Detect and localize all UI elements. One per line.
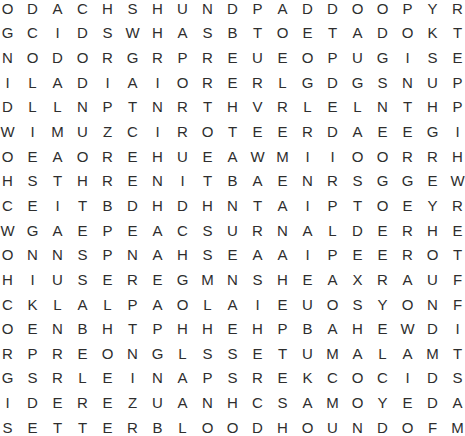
grid-cell[interactable]: I xyxy=(45,193,70,218)
grid-cell[interactable]: A xyxy=(120,70,145,95)
grid-cell[interactable]: A xyxy=(295,390,320,415)
grid-cell[interactable]: A xyxy=(145,292,170,317)
grid-cell[interactable]: W xyxy=(395,316,420,341)
grid-cell[interactable]: I xyxy=(0,70,20,95)
grid-cell[interactable]: R xyxy=(445,193,465,218)
grid-cell[interactable]: O xyxy=(0,0,20,21)
grid-cell[interactable]: E xyxy=(95,267,120,292)
grid-cell[interactable]: R xyxy=(170,95,195,120)
grid-cell[interactable]: A xyxy=(45,0,70,21)
grid-cell[interactable]: R xyxy=(95,45,120,70)
grid-cell[interactable]: E xyxy=(270,45,295,70)
grid-cell[interactable]: T xyxy=(320,21,345,46)
grid-cell[interactable]: A xyxy=(145,218,170,243)
grid-cell[interactable]: S xyxy=(120,0,145,21)
grid-cell[interactable]: I xyxy=(0,390,20,415)
grid-cell[interactable]: A xyxy=(445,390,465,415)
grid-cell[interactable]: A xyxy=(345,119,370,144)
grid-cell[interactable]: A xyxy=(245,242,270,267)
grid-cell[interactable]: S xyxy=(245,267,270,292)
grid-cell[interactable]: O xyxy=(195,119,220,144)
grid-cell[interactable]: R xyxy=(395,144,420,169)
grid-cell[interactable]: G xyxy=(20,218,45,243)
grid-cell[interactable]: D xyxy=(370,21,395,46)
grid-cell[interactable]: E xyxy=(20,316,45,341)
grid-cell[interactable]: H xyxy=(145,193,170,218)
grid-cell[interactable]: N xyxy=(270,218,295,243)
grid-cell[interactable]: D xyxy=(420,390,445,415)
grid-cell[interactable]: N xyxy=(145,95,170,120)
grid-cell[interactable]: U xyxy=(295,341,320,366)
grid-cell[interactable]: A xyxy=(395,267,420,292)
grid-cell[interactable]: U xyxy=(45,267,70,292)
grid-cell[interactable]: L xyxy=(95,292,120,317)
grid-cell[interactable]: P xyxy=(145,316,170,341)
grid-cell[interactable]: R xyxy=(170,119,195,144)
grid-cell[interactable]: R xyxy=(120,415,145,436)
grid-cell[interactable]: E xyxy=(370,218,395,243)
grid-cell[interactable]: E xyxy=(295,21,320,46)
grid-cell[interactable]: A xyxy=(345,21,370,46)
grid-cell[interactable]: A xyxy=(270,0,295,21)
grid-cell[interactable]: D xyxy=(320,119,345,144)
grid-cell[interactable]: S xyxy=(195,341,220,366)
grid-cell[interactable]: S xyxy=(95,21,120,46)
grid-cell[interactable]: O xyxy=(20,45,45,70)
grid-cell[interactable]: N xyxy=(370,95,395,120)
grid-cell[interactable]: H xyxy=(145,0,170,21)
grid-cell[interactable]: G xyxy=(345,70,370,95)
grid-cell[interactable]: A xyxy=(345,341,370,366)
grid-cell[interactable]: A xyxy=(170,366,195,391)
grid-cell[interactable]: A xyxy=(320,316,345,341)
grid-cell[interactable]: R xyxy=(195,45,220,70)
grid-cell[interactable]: N xyxy=(0,45,20,70)
grid-cell[interactable]: T xyxy=(195,95,220,120)
grid-cell[interactable]: I xyxy=(445,316,465,341)
grid-cell[interactable]: P xyxy=(320,242,345,267)
grid-cell[interactable]: A xyxy=(45,70,70,95)
grid-cell[interactable]: H xyxy=(170,316,195,341)
grid-cell[interactable]: G xyxy=(0,366,20,391)
grid-cell[interactable]: F xyxy=(445,267,465,292)
grid-cell[interactable]: H xyxy=(420,218,445,243)
grid-cell[interactable]: N xyxy=(20,242,45,267)
grid-cell[interactable]: U xyxy=(420,70,445,95)
grid-cell[interactable]: G xyxy=(0,21,20,46)
grid-cell[interactable]: O xyxy=(0,316,20,341)
grid-cell[interactable]: O xyxy=(395,21,420,46)
grid-cell[interactable]: N xyxy=(70,95,95,120)
grid-cell[interactable]: A xyxy=(145,242,170,267)
grid-cell[interactable]: T xyxy=(45,168,70,193)
grid-cell[interactable]: E xyxy=(345,242,370,267)
grid-cell[interactable]: H xyxy=(0,267,20,292)
grid-cell[interactable]: D xyxy=(20,0,45,21)
grid-cell[interactable]: O xyxy=(395,292,420,317)
grid-cell[interactable]: U xyxy=(320,415,345,436)
grid-cell[interactable]: E xyxy=(445,218,465,243)
grid-cell[interactable]: E xyxy=(370,316,395,341)
grid-cell[interactable]: T xyxy=(220,119,245,144)
grid-cell[interactable]: E xyxy=(270,168,295,193)
grid-cell[interactable]: P xyxy=(20,341,45,366)
grid-cell[interactable]: B xyxy=(220,21,245,46)
grid-cell[interactable]: C xyxy=(245,390,270,415)
grid-cell[interactable]: R xyxy=(245,218,270,243)
grid-cell[interactable]: T xyxy=(395,95,420,120)
grid-cell[interactable]: R xyxy=(95,168,120,193)
grid-cell[interactable]: R xyxy=(145,45,170,70)
grid-cell[interactable]: A xyxy=(170,21,195,46)
grid-cell[interactable]: P xyxy=(445,70,465,95)
grid-cell[interactable]: I xyxy=(295,242,320,267)
grid-cell[interactable]: E xyxy=(370,119,395,144)
grid-cell[interactable]: O xyxy=(0,242,20,267)
grid-cell[interactable]: C xyxy=(0,292,20,317)
grid-cell[interactable]: O xyxy=(0,144,20,169)
grid-cell[interactable]: H xyxy=(270,415,295,436)
grid-cell[interactable]: A xyxy=(45,218,70,243)
grid-cell[interactable]: X xyxy=(345,267,370,292)
grid-cell[interactable]: S xyxy=(445,366,465,391)
grid-cell[interactable]: R xyxy=(270,95,295,120)
grid-cell[interactable]: E xyxy=(120,218,145,243)
grid-cell[interactable]: I xyxy=(20,119,45,144)
grid-cell[interactable]: I xyxy=(395,366,420,391)
grid-cell[interactable]: Z xyxy=(120,390,145,415)
grid-cell[interactable]: M xyxy=(420,341,445,366)
grid-cell[interactable]: R xyxy=(70,390,95,415)
grid-cell[interactable]: N xyxy=(220,193,245,218)
grid-cell[interactable]: Y xyxy=(420,193,445,218)
grid-cell[interactable]: E xyxy=(245,341,270,366)
grid-cell[interactable]: O xyxy=(370,144,395,169)
grid-cell[interactable]: E xyxy=(120,144,145,169)
grid-cell[interactable]: S xyxy=(195,218,220,243)
grid-cell[interactable]: I xyxy=(395,45,420,70)
grid-cell[interactable]: S xyxy=(0,415,20,436)
grid-cell[interactable]: S xyxy=(220,366,245,391)
grid-cell[interactable]: Y xyxy=(420,0,445,21)
grid-cell[interactable]: D xyxy=(320,0,345,21)
grid-cell[interactable]: M xyxy=(45,119,70,144)
grid-cell[interactable]: B xyxy=(145,415,170,436)
grid-cell[interactable]: U xyxy=(295,292,320,317)
grid-cell[interactable]: T xyxy=(70,415,95,436)
grid-cell[interactable]: E xyxy=(370,242,395,267)
grid-cell[interactable]: G xyxy=(395,168,420,193)
grid-cell[interactable]: L xyxy=(295,95,320,120)
grid-cell[interactable]: E xyxy=(220,70,245,95)
grid-cell[interactable]: E xyxy=(120,168,145,193)
grid-cell[interactable]: L xyxy=(370,341,395,366)
grid-cell[interactable]: A xyxy=(270,242,295,267)
grid-cell[interactable]: O xyxy=(370,193,395,218)
grid-cell[interactable]: T xyxy=(120,316,145,341)
grid-cell[interactable]: A xyxy=(295,218,320,243)
grid-cell[interactable]: D xyxy=(345,218,370,243)
grid-cell[interactable]: Y xyxy=(370,390,395,415)
grid-cell[interactable]: E xyxy=(220,45,245,70)
grid-cell[interactable]: A xyxy=(270,193,295,218)
grid-cell[interactable]: H xyxy=(245,316,270,341)
grid-cell[interactable]: D xyxy=(20,390,45,415)
grid-cell[interactable]: H xyxy=(345,316,370,341)
grid-cell[interactable]: E xyxy=(320,95,345,120)
grid-cell[interactable]: R xyxy=(420,144,445,169)
grid-cell[interactable]: O xyxy=(420,242,445,267)
grid-cell[interactable]: E xyxy=(395,119,420,144)
grid-cell[interactable]: W xyxy=(120,21,145,46)
grid-cell[interactable]: E xyxy=(195,144,220,169)
grid-cell[interactable]: R xyxy=(195,70,220,95)
grid-cell[interactable]: N xyxy=(145,366,170,391)
grid-cell[interactable]: D xyxy=(220,0,245,21)
grid-cell[interactable]: M xyxy=(270,144,295,169)
grid-cell[interactable]: E xyxy=(45,390,70,415)
grid-cell[interactable]: I xyxy=(45,21,70,46)
grid-cell[interactable]: S xyxy=(70,267,95,292)
grid-cell[interactable]: P xyxy=(95,218,120,243)
grid-cell[interactable]: W xyxy=(0,119,20,144)
grid-cell[interactable]: P xyxy=(245,0,270,21)
grid-cell[interactable]: E xyxy=(445,45,465,70)
grid-cell[interactable]: C xyxy=(0,193,20,218)
grid-cell[interactable]: P xyxy=(95,95,120,120)
grid-cell[interactable]: S xyxy=(70,242,95,267)
grid-cell[interactable]: H xyxy=(195,316,220,341)
grid-cell[interactable]: L xyxy=(45,292,70,317)
grid-cell[interactable]: O xyxy=(295,45,320,70)
grid-cell[interactable]: U xyxy=(145,390,170,415)
grid-cell[interactable]: U xyxy=(170,0,195,21)
grid-cell[interactable]: N xyxy=(145,168,170,193)
grid-cell[interactable]: B xyxy=(295,316,320,341)
grid-cell[interactable]: D xyxy=(120,193,145,218)
grid-cell[interactable]: E xyxy=(95,366,120,391)
grid-cell[interactable]: R xyxy=(395,218,420,243)
grid-cell[interactable]: E xyxy=(270,119,295,144)
grid-cell[interactable]: R xyxy=(245,366,270,391)
grid-cell[interactable]: S xyxy=(420,45,445,70)
grid-cell[interactable]: P xyxy=(170,45,195,70)
grid-cell[interactable]: N xyxy=(395,70,420,95)
grid-cell[interactable]: S xyxy=(20,168,45,193)
grid-cell[interactable]: P xyxy=(320,193,345,218)
grid-cell[interactable]: G xyxy=(170,267,195,292)
grid-cell[interactable]: U xyxy=(345,45,370,70)
grid-cell[interactable]: R xyxy=(45,366,70,391)
grid-cell[interactable]: E xyxy=(20,193,45,218)
grid-cell[interactable]: K xyxy=(295,366,320,391)
grid-cell[interactable]: N xyxy=(345,415,370,436)
grid-cell[interactable]: U xyxy=(70,119,95,144)
grid-cell[interactable]: O xyxy=(70,45,95,70)
grid-cell[interactable]: H xyxy=(445,144,465,169)
grid-cell[interactable]: T xyxy=(245,21,270,46)
grid-cell[interactable]: H xyxy=(270,267,295,292)
grid-cell[interactable]: O xyxy=(195,415,220,436)
grid-cell[interactable]: O xyxy=(345,366,370,391)
grid-cell[interactable]: N xyxy=(420,292,445,317)
grid-cell[interactable]: E xyxy=(270,292,295,317)
grid-cell[interactable]: S xyxy=(195,21,220,46)
grid-cell[interactable]: P xyxy=(195,366,220,391)
grid-cell[interactable]: I xyxy=(320,144,345,169)
grid-cell[interactable]: H xyxy=(220,95,245,120)
grid-cell[interactable]: S xyxy=(370,70,395,95)
grid-cell[interactable]: L xyxy=(45,95,70,120)
grid-cell[interactable]: E xyxy=(395,193,420,218)
grid-cell[interactable]: D xyxy=(370,415,395,436)
grid-cell[interactable]: E xyxy=(395,390,420,415)
grid-cell[interactable]: E xyxy=(70,341,95,366)
grid-cell[interactable]: G xyxy=(370,168,395,193)
grid-cell[interactable]: I xyxy=(245,292,270,317)
grid-cell[interactable]: O xyxy=(395,415,420,436)
grid-cell[interactable]: I xyxy=(295,144,320,169)
grid-cell[interactable]: H xyxy=(220,390,245,415)
grid-cell[interactable]: H xyxy=(95,316,120,341)
grid-cell[interactable]: B xyxy=(220,168,245,193)
grid-cell[interactable]: U xyxy=(245,45,270,70)
grid-cell[interactable]: W xyxy=(245,144,270,169)
grid-cell[interactable]: T xyxy=(245,193,270,218)
grid-cell[interactable]: I xyxy=(145,119,170,144)
grid-cell[interactable]: N xyxy=(295,168,320,193)
grid-cell[interactable]: N xyxy=(220,267,245,292)
grid-cell[interactable]: B xyxy=(70,316,95,341)
grid-cell[interactable]: O xyxy=(320,292,345,317)
grid-cell[interactable]: P xyxy=(270,316,295,341)
grid-cell[interactable]: H xyxy=(95,0,120,21)
grid-cell[interactable]: P xyxy=(445,95,465,120)
grid-cell[interactable]: E xyxy=(295,267,320,292)
grid-cell[interactable]: H xyxy=(420,95,445,120)
grid-cell[interactable]: K xyxy=(420,21,445,46)
grid-cell[interactable]: L xyxy=(170,415,195,436)
grid-cell[interactable]: A xyxy=(395,341,420,366)
grid-cell[interactable]: O xyxy=(220,415,245,436)
grid-cell[interactable]: G xyxy=(370,45,395,70)
grid-cell[interactable]: R xyxy=(120,267,145,292)
grid-cell[interactable]: E xyxy=(95,390,120,415)
grid-cell[interactable]: S xyxy=(195,242,220,267)
grid-cell[interactable]: P xyxy=(95,242,120,267)
grid-cell[interactable]: M xyxy=(320,390,345,415)
grid-cell[interactable]: O xyxy=(370,0,395,21)
grid-cell[interactable]: F xyxy=(420,415,445,436)
grid-cell[interactable]: L xyxy=(195,292,220,317)
grid-cell[interactable]: H xyxy=(170,242,195,267)
grid-cell[interactable]: S xyxy=(20,366,45,391)
grid-cell[interactable]: D xyxy=(245,415,270,436)
grid-cell[interactable]: C xyxy=(120,119,145,144)
grid-cell[interactable]: A xyxy=(220,144,245,169)
grid-cell[interactable]: R xyxy=(45,341,70,366)
grid-cell[interactable]: E xyxy=(245,119,270,144)
grid-cell[interactable]: P xyxy=(120,292,145,317)
grid-cell[interactable]: A xyxy=(220,292,245,317)
grid-cell[interactable]: L xyxy=(345,95,370,120)
grid-cell[interactable]: D xyxy=(70,70,95,95)
grid-cell[interactable]: S xyxy=(345,168,370,193)
grid-cell[interactable]: G xyxy=(120,45,145,70)
grid-cell[interactable]: I xyxy=(145,70,170,95)
grid-cell[interactable]: R xyxy=(445,0,465,21)
grid-cell[interactable]: D xyxy=(0,95,20,120)
grid-cell[interactable]: L xyxy=(70,366,95,391)
grid-cell[interactable]: H xyxy=(145,21,170,46)
grid-cell[interactable]: R xyxy=(95,144,120,169)
grid-cell[interactable]: H xyxy=(70,168,95,193)
grid-cell[interactable]: W xyxy=(0,218,20,243)
grid-cell[interactable]: W xyxy=(445,168,465,193)
grid-cell[interactable]: O xyxy=(345,390,370,415)
grid-cell[interactable]: P xyxy=(320,45,345,70)
grid-cell[interactable]: F xyxy=(445,292,465,317)
grid-cell[interactable]: A xyxy=(70,292,95,317)
grid-cell[interactable]: N xyxy=(195,390,220,415)
grid-cell[interactable]: G xyxy=(420,119,445,144)
grid-cell[interactable]: U xyxy=(220,218,245,243)
grid-cell[interactable]: O xyxy=(170,292,195,317)
grid-cell[interactable]: R xyxy=(295,119,320,144)
grid-cell[interactable]: I xyxy=(445,119,465,144)
grid-cell[interactable]: N xyxy=(45,316,70,341)
grid-cell[interactable]: E xyxy=(220,316,245,341)
grid-cell[interactable]: N xyxy=(120,341,145,366)
grid-cell[interactable]: E xyxy=(70,218,95,243)
grid-cell[interactable]: U xyxy=(420,267,445,292)
grid-cell[interactable]: O xyxy=(270,21,295,46)
grid-cell[interactable]: N xyxy=(45,242,70,267)
grid-cell[interactable]: E xyxy=(20,415,45,436)
grid-cell[interactable]: D xyxy=(170,193,195,218)
grid-cell[interactable]: O xyxy=(295,415,320,436)
grid-cell[interactable]: C xyxy=(70,0,95,21)
grid-cell[interactable]: D xyxy=(295,0,320,21)
grid-cell[interactable]: Y xyxy=(370,292,395,317)
grid-cell[interactable]: C xyxy=(170,218,195,243)
grid-cell[interactable]: G xyxy=(295,70,320,95)
grid-cell[interactable]: U xyxy=(170,144,195,169)
grid-cell[interactable]: S xyxy=(345,292,370,317)
grid-cell[interactable]: A xyxy=(320,267,345,292)
grid-cell[interactable]: S xyxy=(270,390,295,415)
grid-cell[interactable]: B xyxy=(95,193,120,218)
grid-cell[interactable]: K xyxy=(20,292,45,317)
grid-cell[interactable]: M xyxy=(320,341,345,366)
grid-cell[interactable]: C xyxy=(320,366,345,391)
grid-cell[interactable]: L xyxy=(170,341,195,366)
grid-cell[interactable]: T xyxy=(270,341,295,366)
grid-cell[interactable]: T xyxy=(345,193,370,218)
grid-cell[interactable]: T xyxy=(445,242,465,267)
grid-cell[interactable]: O xyxy=(70,144,95,169)
grid-cell[interactable]: I xyxy=(170,168,195,193)
grid-cell[interactable]: D xyxy=(45,45,70,70)
grid-cell[interactable]: L xyxy=(320,218,345,243)
grid-cell[interactable]: T xyxy=(445,341,465,366)
grid-cell[interactable]: H xyxy=(145,144,170,169)
grid-cell[interactable]: R xyxy=(320,168,345,193)
grid-cell[interactable]: T xyxy=(70,193,95,218)
grid-cell[interactable]: V xyxy=(245,95,270,120)
grid-cell[interactable]: L xyxy=(20,95,45,120)
grid-cell[interactable]: A xyxy=(45,144,70,169)
